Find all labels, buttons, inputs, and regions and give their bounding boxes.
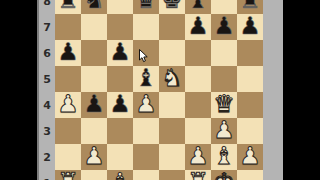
square-b1[interactable] [81,170,107,180]
square-e1[interactable] [159,170,185,180]
square-f3[interactable] [185,118,211,144]
piece-white-queen: ♛ [213,92,235,116]
square-h4[interactable] [237,92,263,118]
square-b5[interactable] [81,66,107,92]
piece-black-queen: ♛ [135,0,157,12]
square-g6[interactable] [211,40,237,66]
square-d4[interactable]: ♟ [133,92,159,118]
square-b2[interactable]: ♟ [81,144,107,170]
piece-white-pawn: ♟ [187,144,209,168]
square-d3[interactable] [133,118,159,144]
piece-black-rook: ♜ [239,0,261,12]
square-a1[interactable]: ♜ [55,170,81,180]
piece-white-rook: ♜ [187,170,209,180]
piece-black-pawn: ♟ [109,92,131,116]
square-b7[interactable] [81,14,107,40]
rank-label-7: 7 [39,14,55,40]
piece-white-bishop: ♝ [213,144,235,168]
square-h5[interactable] [237,66,263,92]
square-d5[interactable]: ♝ [133,66,159,92]
square-e2[interactable] [159,144,185,170]
piece-white-knight: ♞ [161,66,183,90]
square-b8[interactable]: ♞ [81,0,107,14]
piece-black-pawn: ♟ [187,14,209,38]
square-a6[interactable]: ♟ [55,40,81,66]
rank-label-6: 6 [39,40,55,66]
square-c3[interactable] [107,118,133,144]
square-g3[interactable]: ♟ [211,118,237,144]
square-e8[interactable]: ♚ [159,0,185,14]
rank-label-8: 8 [39,0,55,14]
piece-white-bishop: ♝ [109,170,131,180]
square-a8[interactable]: ♜ [55,0,81,14]
mouse-cursor-icon [139,49,149,63]
square-h2[interactable]: ♟ [237,144,263,170]
letterbox-right [283,0,320,180]
square-e7[interactable] [159,14,185,40]
piece-black-pawn: ♟ [109,40,131,64]
square-d7[interactable] [133,14,159,40]
rank-label-5: 5 [39,66,55,92]
piece-white-king: ♚ [213,170,235,180]
square-a4[interactable]: ♟ [55,92,81,118]
letterbox-left [0,0,37,180]
square-c6[interactable]: ♟ [107,40,133,66]
square-c4[interactable]: ♟ [107,92,133,118]
piece-white-pawn: ♟ [213,118,235,142]
square-c2[interactable] [107,144,133,170]
square-a5[interactable] [55,66,81,92]
square-g4[interactable]: ♛ [211,92,237,118]
piece-white-pawn: ♟ [83,144,105,168]
square-h3[interactable] [237,118,263,144]
square-e4[interactable] [159,92,185,118]
piece-black-rook: ♜ [57,0,79,12]
rank-label-3: 3 [39,118,55,144]
square-d1[interactable] [133,170,159,180]
piece-black-pawn: ♟ [83,92,105,116]
square-c8[interactable] [107,0,133,14]
piece-black-knight: ♞ [83,0,105,12]
square-f1[interactable]: ♜ [185,170,211,180]
square-c7[interactable] [107,14,133,40]
square-h7[interactable]: ♟ [237,14,263,40]
square-g5[interactable] [211,66,237,92]
piece-black-king: ♚ [161,0,183,12]
square-b6[interactable] [81,40,107,66]
square-d8[interactable]: ♛ [133,0,159,14]
piece-white-rook: ♜ [57,170,79,180]
square-f2[interactable]: ♟ [185,144,211,170]
square-c5[interactable] [107,66,133,92]
chess-board: ♜♞♛♚♝♜♟♟♟♟♟♝♞♟♟♟♟♛♟♟♟♝♟♜♝♜♚ [55,0,263,180]
piece-black-pawn: ♟ [213,14,235,38]
square-c1[interactable]: ♝ [107,170,133,180]
piece-black-pawn: ♟ [239,14,261,38]
square-a7[interactable] [55,14,81,40]
piece-white-pawn: ♟ [135,92,157,116]
chess-gui-panel: 87654321 ♜♞♛♚♝♜♟♟♟♟♟♝♞♟♟♟♟♛♟♟♟♝♟♜♝♜♚ [37,0,283,180]
rank-label-4: 4 [39,92,55,118]
piece-white-pawn: ♟ [239,144,261,168]
square-e5[interactable]: ♞ [159,66,185,92]
square-e3[interactable] [159,118,185,144]
rank-label-1: 1 [39,170,55,180]
square-e6[interactable] [159,40,185,66]
square-f6[interactable] [185,40,211,66]
rank-labels: 87654321 [39,0,55,180]
square-b4[interactable]: ♟ [81,92,107,118]
square-g7[interactable]: ♟ [211,14,237,40]
square-g2[interactable]: ♝ [211,144,237,170]
square-d2[interactable] [133,144,159,170]
square-g1[interactable]: ♚ [211,170,237,180]
square-b3[interactable] [81,118,107,144]
piece-black-bishop: ♝ [135,66,157,90]
rank-label-2: 2 [39,144,55,170]
square-f5[interactable] [185,66,211,92]
square-a2[interactable] [55,144,81,170]
square-f4[interactable] [185,92,211,118]
square-f7[interactable]: ♟ [185,14,211,40]
square-a3[interactable] [55,118,81,144]
square-h1[interactable] [237,170,263,180]
piece-black-pawn: ♟ [57,40,79,64]
piece-black-bishop: ♝ [187,0,209,12]
piece-white-pawn: ♟ [57,92,79,116]
square-h6[interactable] [237,40,263,66]
